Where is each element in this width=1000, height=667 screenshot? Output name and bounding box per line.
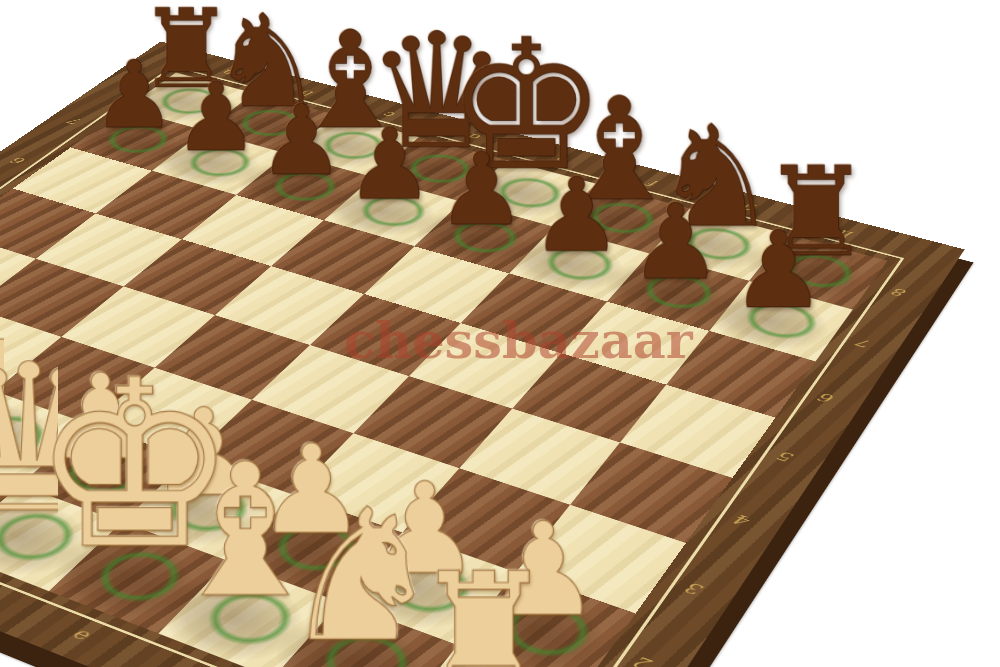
piece-white-rook-h1: ♜ (284, 551, 683, 667)
board-grid: ♜♞♝♛♚♝♞♜♟♟♟♟♟♟♟♟♟♟♟♟♟♟♟♟♜♞♝♛♚♝♞♜ (0, 73, 887, 667)
rank-label-left-6: 6 (8, 155, 30, 166)
chess-set-photo: ♜♞♝♛♚♝♞♜♟♟♟♟♟♟♟♟♟♟♟♟♟♟♟♟♜♞♝♛♚♝♞♜ aabbccd… (0, 0, 1000, 667)
piece-black-pawn-h7: ♟ (621, 217, 936, 323)
rank-label-right-4: 4 (732, 511, 755, 529)
rank-label-right-6: 6 (817, 390, 838, 406)
square-h1: ♜ (394, 645, 581, 667)
file-label-bottom-e: e (67, 623, 95, 644)
square-h5 (620, 385, 776, 478)
rank-label-right-5: 5 (776, 449, 798, 466)
chess-board: ♜♞♝♛♚♝♞♜♟♟♟♟♟♟♟♟♟♟♟♟♟♟♟♟♜♞♝♛♚♝♞♜ aabbccd… (0, 41, 965, 667)
rank-label-right-7: 7 (855, 336, 875, 351)
